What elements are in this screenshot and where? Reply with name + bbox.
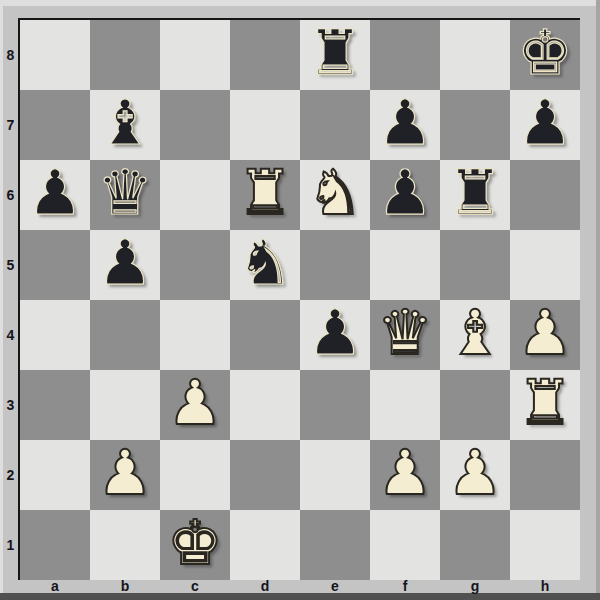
piece-white-queen[interactable]: ♛ — [377, 302, 433, 364]
square-b8[interactable] — [90, 20, 160, 90]
square-b5[interactable]: ♟ — [90, 230, 160, 300]
frame-bevel-right — [596, 0, 600, 600]
square-c3[interactable]: ♟ — [160, 370, 230, 440]
rank-label-8: 8 — [3, 20, 18, 90]
file-label-g: g — [440, 578, 510, 593]
square-g2[interactable]: ♟ — [440, 440, 510, 510]
piece-black-pawn[interactable]: ♟ — [377, 162, 433, 224]
square-g6[interactable]: ♜ — [440, 160, 510, 230]
square-a6[interactable]: ♟ — [20, 160, 90, 230]
frame-bevel-bottom — [0, 593, 600, 600]
file-label-c: c — [160, 578, 230, 593]
square-b2[interactable]: ♟ — [90, 440, 160, 510]
rank-label-1: 1 — [3, 510, 18, 580]
piece-white-rook[interactable]: ♜ — [517, 372, 573, 434]
piece-black-bishop[interactable]: ♝ — [97, 92, 153, 154]
square-e3[interactable] — [300, 370, 370, 440]
square-g5[interactable] — [440, 230, 510, 300]
piece-white-pawn[interactable]: ♟ — [447, 442, 503, 504]
file-label-d: d — [230, 578, 300, 593]
square-a7[interactable] — [20, 90, 90, 160]
file-label-a: a — [20, 578, 90, 593]
square-h8[interactable]: ♚ — [510, 20, 580, 90]
square-h1[interactable] — [510, 510, 580, 580]
square-f7[interactable]: ♟ — [370, 90, 440, 160]
square-e6[interactable]: ♞ — [300, 160, 370, 230]
square-f8[interactable] — [370, 20, 440, 90]
square-a5[interactable] — [20, 230, 90, 300]
square-g7[interactable] — [440, 90, 510, 160]
piece-white-pawn[interactable]: ♟ — [377, 442, 433, 504]
piece-black-king[interactable]: ♚ — [517, 22, 573, 84]
square-d6[interactable]: ♜ — [230, 160, 300, 230]
square-h4[interactable]: ♟ — [510, 300, 580, 370]
piece-white-pawn[interactable]: ♟ — [167, 372, 223, 434]
square-e2[interactable] — [300, 440, 370, 510]
square-d3[interactable] — [230, 370, 300, 440]
square-d1[interactable] — [230, 510, 300, 580]
piece-black-pawn[interactable]: ♟ — [307, 302, 363, 364]
square-b4[interactable] — [90, 300, 160, 370]
square-g1[interactable] — [440, 510, 510, 580]
square-e1[interactable] — [300, 510, 370, 580]
square-h5[interactable] — [510, 230, 580, 300]
file-label-h: h — [510, 578, 580, 593]
square-a2[interactable] — [20, 440, 90, 510]
rank-label-7: 7 — [3, 90, 18, 160]
file-label-f: f — [370, 578, 440, 593]
frame-bevel-top — [0, 0, 600, 6]
board-frame: 87654321 abcdefgh ♜♚♝♟♟♟♛♜♞♟♜♟♞♟♛♝♟♟♜♟♟♟… — [0, 0, 600, 600]
piece-white-pawn[interactable]: ♟ — [517, 302, 573, 364]
piece-white-knight[interactable]: ♞ — [307, 162, 363, 224]
piece-white-rook[interactable]: ♜ — [237, 162, 293, 224]
piece-white-bishop[interactable]: ♝ — [447, 302, 503, 364]
square-g4[interactable]: ♝ — [440, 300, 510, 370]
rank-label-3: 3 — [3, 370, 18, 440]
board: ♜♚♝♟♟♟♛♜♞♟♜♟♞♟♛♝♟♟♜♟♟♟♚ — [18, 18, 580, 580]
piece-black-rook[interactable]: ♜ — [447, 162, 503, 224]
piece-black-pawn[interactable]: ♟ — [97, 232, 153, 294]
square-f4[interactable]: ♛ — [370, 300, 440, 370]
square-e7[interactable] — [300, 90, 370, 160]
square-h7[interactable]: ♟ — [510, 90, 580, 160]
rank-label-4: 4 — [3, 300, 18, 370]
square-b3[interactable] — [90, 370, 160, 440]
square-d8[interactable] — [230, 20, 300, 90]
square-h6[interactable] — [510, 160, 580, 230]
rank-label-6: 6 — [3, 160, 18, 230]
square-d5[interactable]: ♞ — [230, 230, 300, 300]
file-label-e: e — [300, 578, 370, 593]
square-b7[interactable]: ♝ — [90, 90, 160, 160]
square-e5[interactable] — [300, 230, 370, 300]
square-c8[interactable] — [160, 20, 230, 90]
rank-labels: 87654321 — [3, 20, 18, 580]
piece-black-queen[interactable]: ♛ — [97, 162, 153, 224]
piece-black-pawn[interactable]: ♟ — [517, 92, 573, 154]
square-h2[interactable] — [510, 440, 580, 510]
rank-label-2: 2 — [3, 440, 18, 510]
square-d2[interactable] — [230, 440, 300, 510]
square-a3[interactable] — [20, 370, 90, 440]
square-a4[interactable] — [20, 300, 90, 370]
square-c4[interactable] — [160, 300, 230, 370]
square-f5[interactable] — [370, 230, 440, 300]
square-c7[interactable] — [160, 90, 230, 160]
piece-white-king[interactable]: ♚ — [167, 512, 223, 574]
square-e8[interactable]: ♜ — [300, 20, 370, 90]
file-labels: abcdefgh — [20, 578, 580, 593]
square-h3[interactable]: ♜ — [510, 370, 580, 440]
rank-label-5: 5 — [3, 230, 18, 300]
square-f3[interactable] — [370, 370, 440, 440]
piece-black-pawn[interactable]: ♟ — [377, 92, 433, 154]
square-f2[interactable]: ♟ — [370, 440, 440, 510]
file-label-b: b — [90, 578, 160, 593]
square-a8[interactable] — [20, 20, 90, 90]
square-g8[interactable] — [440, 20, 510, 90]
square-c1[interactable]: ♚ — [160, 510, 230, 580]
square-f6[interactable]: ♟ — [370, 160, 440, 230]
square-c6[interactable] — [160, 160, 230, 230]
square-a1[interactable] — [20, 510, 90, 580]
square-f1[interactable] — [370, 510, 440, 580]
square-b6[interactable]: ♛ — [90, 160, 160, 230]
square-d4[interactable] — [230, 300, 300, 370]
square-c2[interactable] — [160, 440, 230, 510]
piece-white-pawn[interactable]: ♟ — [97, 442, 153, 504]
square-g3[interactable] — [440, 370, 510, 440]
piece-black-knight[interactable]: ♞ — [237, 232, 293, 294]
square-c5[interactable] — [160, 230, 230, 300]
piece-black-rook[interactable]: ♜ — [307, 22, 363, 84]
square-d7[interactable] — [230, 90, 300, 160]
piece-black-pawn[interactable]: ♟ — [27, 162, 83, 224]
square-b1[interactable] — [90, 510, 160, 580]
square-e4[interactable]: ♟ — [300, 300, 370, 370]
